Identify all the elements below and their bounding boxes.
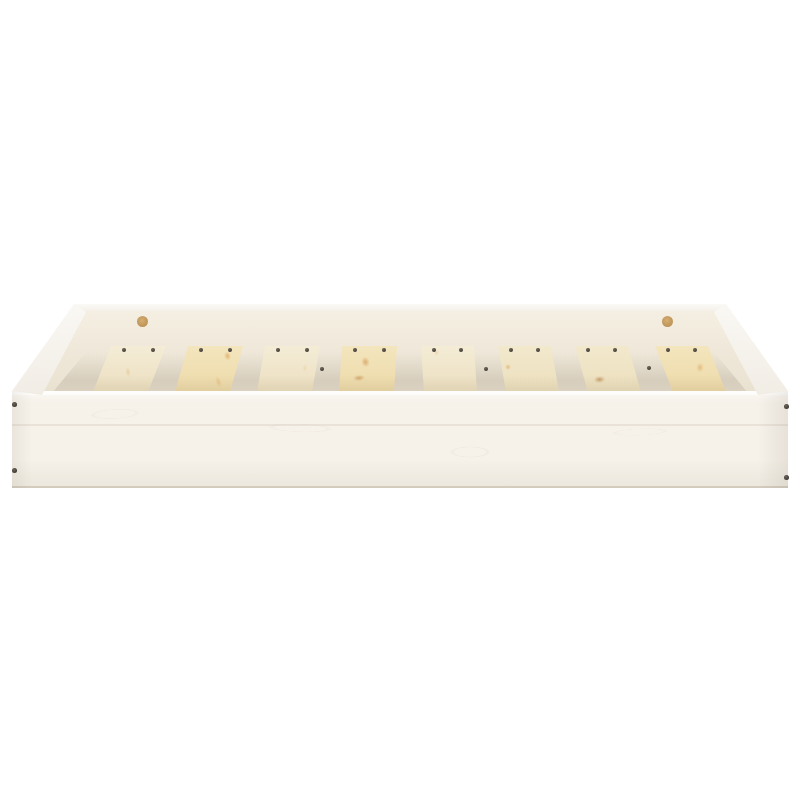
front-panel-seam xyxy=(12,424,788,426)
front-panel-bottom-edge xyxy=(12,486,788,488)
slat-screw-6-1 xyxy=(509,348,513,352)
rail-screw-2 xyxy=(484,367,488,371)
dowel-hole-1 xyxy=(137,316,148,327)
product-photo-bed-frame xyxy=(0,0,800,800)
slat-screw-3-2 xyxy=(305,348,309,352)
slat-screw-2-2 xyxy=(228,348,232,352)
frame-edge-screw-2 xyxy=(12,468,17,473)
slat-knot-9 xyxy=(591,374,607,384)
frame-edge-screw-4 xyxy=(784,475,789,480)
slat-screw-8-1 xyxy=(666,348,670,352)
dowel-hole-2 xyxy=(662,316,673,327)
frame-edge-screw-1 xyxy=(12,402,17,407)
slat-screw-1-2 xyxy=(151,348,155,352)
slat-knot-8 xyxy=(504,363,512,371)
front-panel-top-highlight xyxy=(12,391,788,395)
slat-screw-4-2 xyxy=(382,348,386,352)
front-panel xyxy=(12,391,788,488)
slat-knot-4 xyxy=(302,363,308,373)
rail-screw-1 xyxy=(320,367,324,371)
rail-screw-3 xyxy=(647,366,651,370)
frame-edge-screw-3 xyxy=(784,404,789,409)
slat-screw-7-1 xyxy=(586,348,590,352)
slat-screw-5-1 xyxy=(432,348,436,352)
front-grain-mark-3 xyxy=(442,444,498,460)
